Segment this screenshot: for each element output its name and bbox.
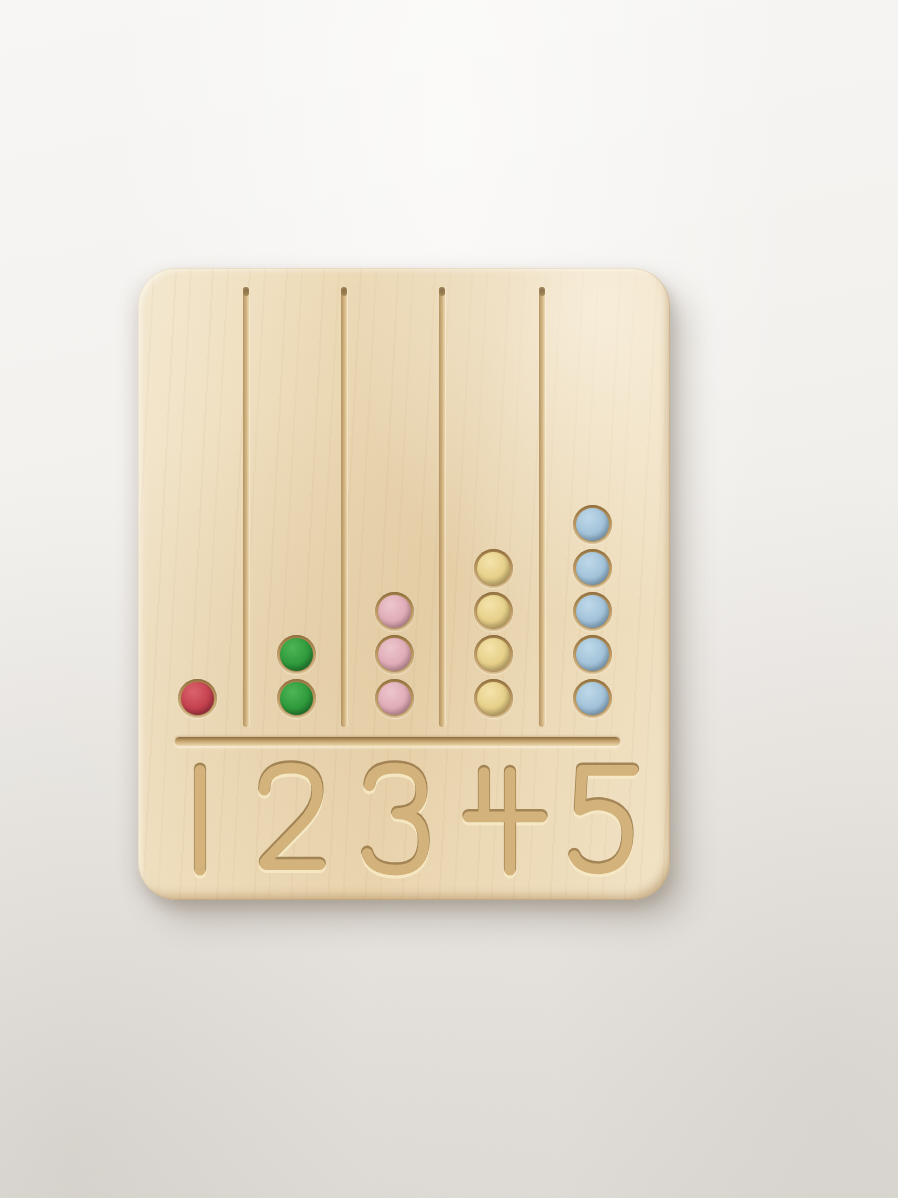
- bead-recess: [474, 549, 513, 588]
- bead-recess: [573, 549, 612, 588]
- numeral-glyph: [558, 757, 647, 879]
- bead-cell: [148, 590, 247, 633]
- bead-recess: [474, 679, 513, 718]
- bead-cell: [543, 503, 642, 546]
- bead-cell: [148, 677, 247, 720]
- bead-cell: [444, 633, 543, 676]
- bead-red[interactable]: [181, 682, 214, 715]
- bead-cell: [444, 590, 543, 633]
- bead-recess: [277, 635, 316, 674]
- bead-cell: [247, 503, 346, 546]
- bead-pink[interactable]: [378, 595, 411, 628]
- bead-cell: [247, 546, 346, 589]
- bead-cell: [346, 546, 445, 589]
- numeral-glyph: [248, 757, 337, 879]
- counting-board: [138, 268, 670, 900]
- bead-blue[interactable]: [576, 508, 609, 541]
- bead-cell: [247, 677, 346, 720]
- numeral-5: [558, 757, 647, 879]
- numeral-4: [461, 757, 550, 879]
- bead-cell: [543, 546, 642, 589]
- bead-recess: [375, 592, 414, 631]
- bead-cell: [247, 590, 346, 633]
- bead-yellow[interactable]: [477, 682, 510, 715]
- bead-cell: [148, 633, 247, 676]
- bead-yellow[interactable]: [477, 638, 510, 671]
- bead-cell: [346, 590, 445, 633]
- number-row-separator-groove: [175, 737, 620, 746]
- bead-cell: [543, 633, 642, 676]
- numeral-2: [248, 757, 337, 879]
- bead-recess: [375, 635, 414, 674]
- bead-pink[interactable]: [378, 638, 411, 671]
- bead-recess: [573, 635, 612, 674]
- bead-recess: [277, 679, 316, 718]
- bead-cell: [543, 677, 642, 720]
- bead-cell: [148, 546, 247, 589]
- bead-cell: [148, 503, 247, 546]
- bead-recess: [573, 505, 612, 544]
- bead-recess: [573, 592, 612, 631]
- bead-green[interactable]: [280, 682, 313, 715]
- bead-pink[interactable]: [378, 682, 411, 715]
- bead-cell: [346, 503, 445, 546]
- bead-cell: [444, 677, 543, 720]
- bead-recess: [573, 679, 612, 718]
- bead-green[interactable]: [280, 638, 313, 671]
- bead-cell: [247, 633, 346, 676]
- bead-cell: [346, 633, 445, 676]
- bead-grid: [148, 503, 642, 720]
- bead-recess: [474, 635, 513, 674]
- photo-scene: [0, 0, 898, 1198]
- bead-cell: [444, 503, 543, 546]
- bead-cell: [346, 677, 445, 720]
- numeral-glyph: [156, 757, 245, 879]
- bead-yellow[interactable]: [477, 595, 510, 628]
- bead-blue[interactable]: [576, 638, 609, 671]
- numeral-3: [352, 757, 441, 879]
- bead-recess: [474, 592, 513, 631]
- numeral-glyph: [461, 757, 550, 879]
- bead-recess: [375, 679, 414, 718]
- bead-blue[interactable]: [576, 682, 609, 715]
- bead-yellow[interactable]: [477, 552, 510, 585]
- numeral-1: [156, 757, 245, 879]
- bead-blue[interactable]: [576, 595, 609, 628]
- bead-recess: [178, 679, 217, 718]
- bead-blue[interactable]: [576, 552, 609, 585]
- bead-cell: [543, 590, 642, 633]
- bead-cell: [444, 546, 543, 589]
- numeral-glyph: [352, 757, 441, 879]
